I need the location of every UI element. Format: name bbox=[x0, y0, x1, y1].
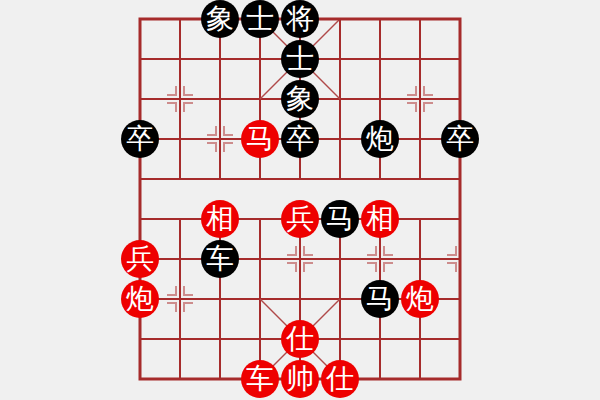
piece-black-cannon[interactable]: 炮 bbox=[361, 120, 399, 158]
piece-red-general[interactable]: 帅 bbox=[281, 360, 319, 398]
piece-red-cannon[interactable]: 炮 bbox=[121, 280, 159, 318]
piece-black-soldier[interactable]: 卒 bbox=[281, 120, 319, 158]
xiangqi-board[interactable]: 象士将士象卒马卒炮卒相兵马相兵车炮马炮仕车帅仕 bbox=[120, 0, 480, 399]
xiangqi-app: 象士将士象卒马卒炮卒相兵马相兵车炮马炮仕车帅仕 bbox=[0, 0, 600, 400]
piece-red-soldier[interactable]: 兵 bbox=[281, 200, 319, 238]
piece-black-soldier[interactable]: 卒 bbox=[121, 120, 159, 158]
piece-red-cannon[interactable]: 炮 bbox=[401, 280, 439, 318]
piece-red-chariot[interactable]: 车 bbox=[241, 360, 279, 398]
piece-red-elephant[interactable]: 相 bbox=[201, 200, 239, 238]
piece-red-elephant[interactable]: 相 bbox=[361, 200, 399, 238]
piece-black-elephant[interactable]: 象 bbox=[281, 80, 319, 118]
piece-black-horse[interactable]: 马 bbox=[361, 280, 399, 318]
piece-red-horse[interactable]: 马 bbox=[241, 120, 279, 158]
piece-black-advisor[interactable]: 士 bbox=[241, 0, 279, 38]
piece-black-general[interactable]: 将 bbox=[281, 0, 319, 38]
piece-red-advisor[interactable]: 仕 bbox=[321, 360, 359, 398]
piece-black-soldier[interactable]: 卒 bbox=[441, 120, 479, 158]
piece-black-advisor[interactable]: 士 bbox=[281, 40, 319, 78]
piece-red-soldier[interactable]: 兵 bbox=[121, 240, 159, 278]
piece-black-elephant[interactable]: 象 bbox=[201, 0, 239, 38]
piece-black-horse[interactable]: 马 bbox=[321, 200, 359, 238]
piece-red-advisor[interactable]: 仕 bbox=[281, 320, 319, 358]
piece-black-chariot[interactable]: 车 bbox=[201, 240, 239, 278]
